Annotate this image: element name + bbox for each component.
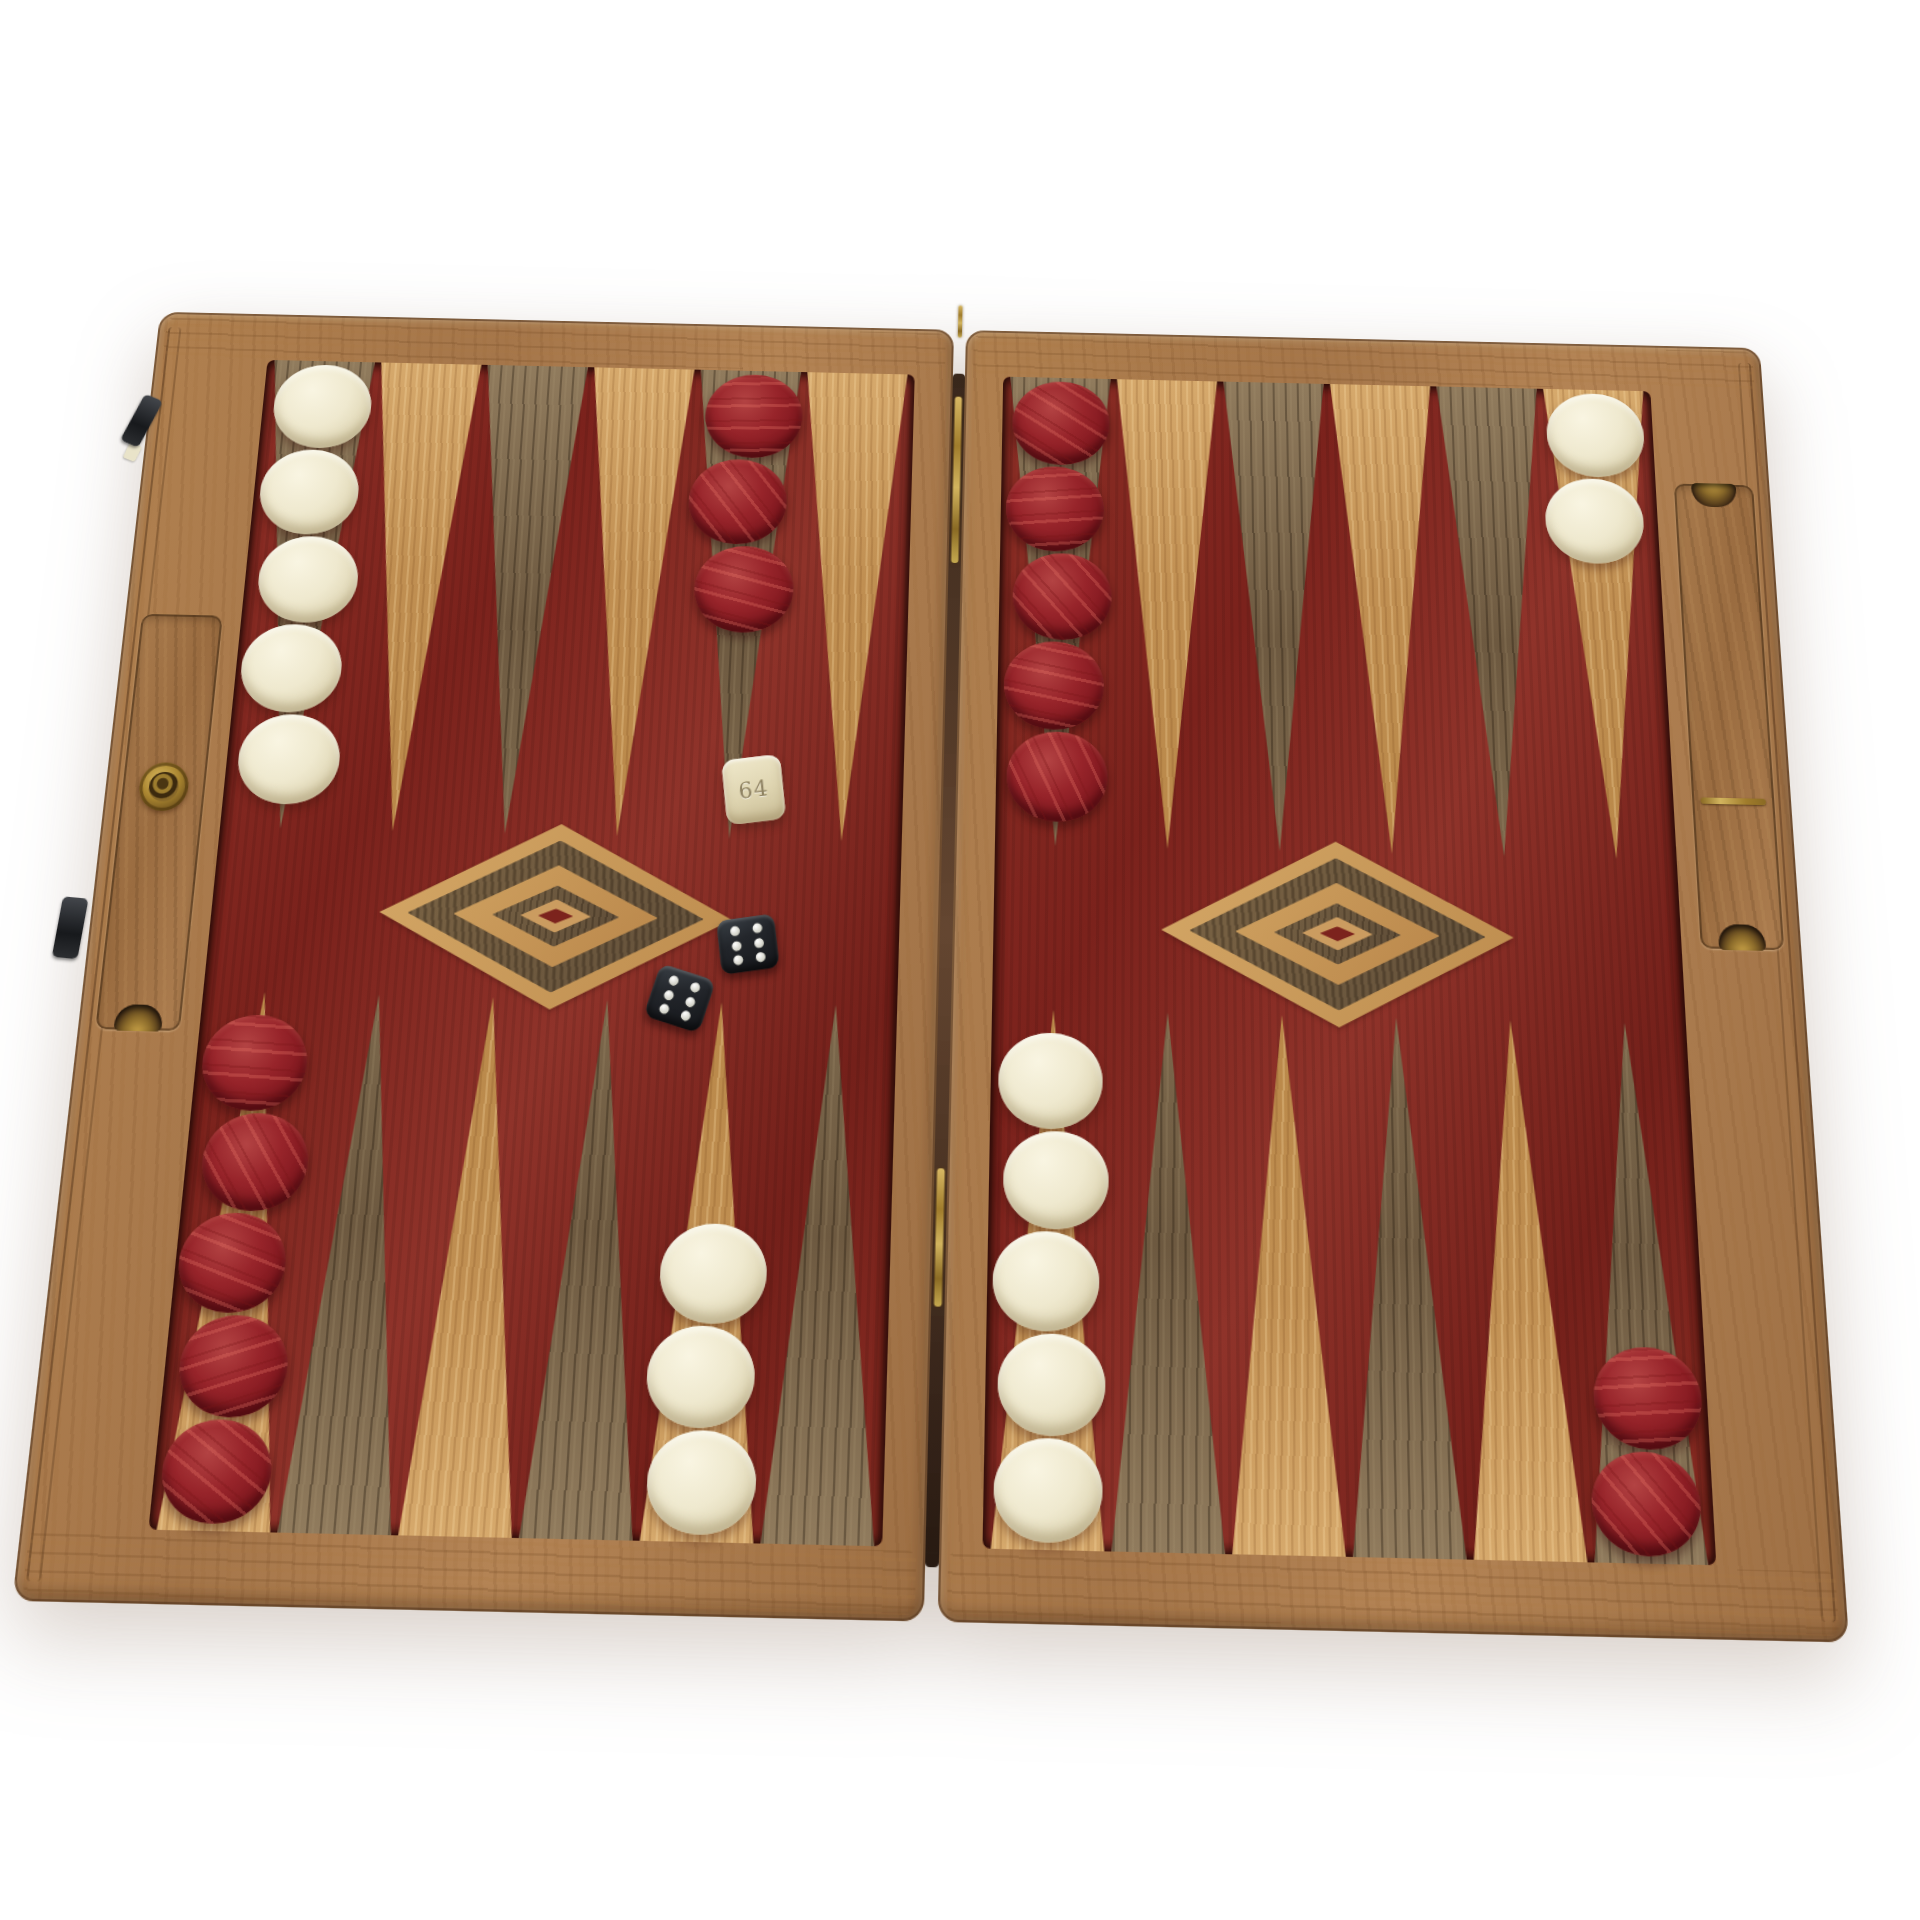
die-pip [731,940,742,951]
point-5[interactable] [1108,1006,1229,1554]
point-22[interactable] [1327,384,1448,860]
right-board-half [938,330,1850,1642]
die-pip [754,937,765,948]
red-checker-point-19[interactable] [1006,731,1108,823]
ivory-checker-point-8[interactable] [658,1223,769,1325]
die-pip [667,974,679,986]
brass-strike-bar [1701,798,1767,806]
oak-point-triangle [785,372,911,848]
ivory-checker-point-13[interactable] [237,623,345,713]
left-bottom-points-row [153,985,893,1546]
tray-finger-notch [114,1004,164,1032]
red-checker-point-19[interactable] [1005,466,1104,553]
point-24[interactable] [1540,389,1673,865]
tray-finger-notch [1718,924,1767,951]
left-rail-tray-lid[interactable] [95,614,223,1031]
brass-hinge-pin [958,305,963,337]
red-checker-point-12[interactable] [198,1014,311,1112]
die-pip [658,1003,670,1015]
doubling-cube[interactable]: 64 [721,754,786,825]
case-latch-middle[interactable] [52,896,89,959]
wooden-backgammon-case: 64 [12,312,1849,1643]
die-pip [733,955,744,966]
walnut-point-triangle [757,998,893,1546]
point-18[interactable] [785,372,911,848]
die-pip [752,923,763,934]
die-pip [680,1010,692,1022]
ivory-checker-point-6[interactable] [998,1032,1103,1130]
oak-point-triangle [1225,1008,1350,1557]
point-1[interactable] [1567,1016,1712,1565]
right-top-points-row [999,377,1673,866]
tray-finger-notch [1691,483,1737,508]
walnut-point-triangle [1339,1011,1470,1560]
ivory-checker-point-6[interactable] [1003,1130,1109,1230]
right-rail-tray-lid[interactable] [1674,483,1784,950]
backgammon-set-scene: 64 [12,312,1849,1643]
oak-point-triangle [1111,379,1223,855]
die-pip [663,989,675,1001]
die-pip [685,996,697,1008]
ivory-checker-point-6[interactable] [992,1230,1100,1332]
ivory-checker-point-13[interactable] [256,449,362,536]
die-pip [689,981,701,993]
die-pip [729,926,740,937]
point-21[interactable] [1220,382,1336,858]
point-19[interactable] [999,377,1114,853]
right-bottom-points-row [987,1003,1712,1565]
red-checker-point-19[interactable] [1012,552,1112,641]
ivory-checker-point-13[interactable] [254,535,361,623]
product-photo-stage: 64 [0,0,1920,1920]
oak-point-triangle [1327,384,1448,860]
point-4[interactable] [1225,1008,1350,1557]
point-3[interactable] [1339,1011,1470,1560]
red-checker-point-12[interactable] [174,1212,290,1314]
walnut-point-triangle [1108,1006,1229,1554]
point-6[interactable] [987,1003,1111,1551]
point-20[interactable] [1111,379,1223,855]
red-checker-point-12[interactable] [198,1112,313,1212]
point-7[interactable] [757,998,893,1546]
left-top-points-row [224,360,911,848]
ivory-checker-point-13[interactable] [234,713,343,805]
right-playing-field [983,377,1717,1566]
left-playing-field: 64 [148,360,914,1546]
point-23[interactable] [1433,386,1560,862]
black-die-2[interactable] [716,913,780,975]
red-checker-point-19[interactable] [1003,640,1104,730]
walnut-point-triangle [1220,382,1336,858]
red-checker-point-17[interactable] [692,545,795,633]
marquetry-diamond-inlay [1161,838,1517,1032]
die-pip [756,952,767,963]
left-board-half: 64 [12,312,954,1622]
walnut-point-triangle [1433,386,1560,862]
